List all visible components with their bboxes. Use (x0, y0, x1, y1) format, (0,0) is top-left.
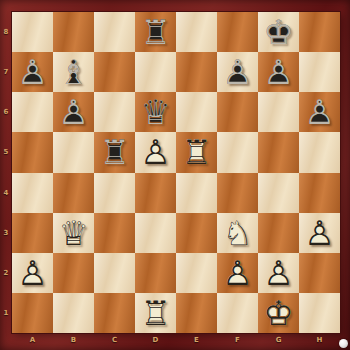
square-e8[interactable] (176, 12, 217, 52)
white-to-move-indicator-dot (339, 339, 348, 348)
square-c6[interactable] (94, 92, 135, 132)
file-label-d: D (135, 333, 176, 350)
square-h8[interactable] (299, 12, 340, 52)
square-g1[interactable]: ♚♔ (258, 293, 299, 333)
file-label-a: A (12, 333, 53, 350)
square-g8[interactable]: ♚♔ (258, 12, 299, 52)
square-h3[interactable]: ♟♙ (299, 213, 340, 253)
square-b5[interactable] (53, 132, 94, 172)
rank-label-7: 7 (0, 52, 12, 92)
file-label-c: C (94, 333, 135, 350)
square-b1[interactable] (53, 293, 94, 333)
square-d2[interactable] (135, 253, 176, 293)
square-e3[interactable] (176, 213, 217, 253)
square-d8[interactable]: ♜♖ (135, 12, 176, 52)
square-e2[interactable] (176, 253, 217, 293)
square-b3[interactable]: ♛♕ (53, 213, 94, 253)
black-bishop-b7[interactable]: ♝♗ (53, 52, 94, 92)
black-pawn-f7[interactable]: ♟♙ (217, 52, 258, 92)
square-a4[interactable] (12, 173, 53, 213)
square-d3[interactable] (135, 213, 176, 253)
black-pawn-g7[interactable]: ♟♙ (258, 52, 299, 92)
square-g2[interactable]: ♟♙ (258, 253, 299, 293)
white-pawn-h3[interactable]: ♟♙ (299, 213, 340, 253)
black-pawn-h6[interactable]: ♟♙ (299, 92, 340, 132)
white-knight-f3[interactable]: ♞♘ (217, 213, 258, 253)
rank-labels: 87654321 (0, 12, 12, 333)
square-c5[interactable]: ♜♖ (94, 132, 135, 172)
square-f2[interactable]: ♟♙ (217, 253, 258, 293)
black-rook-c5[interactable]: ♜♖ (94, 132, 135, 172)
square-f7[interactable]: ♟♙ (217, 52, 258, 92)
square-f4[interactable] (217, 173, 258, 213)
square-d7[interactable] (135, 52, 176, 92)
square-e1[interactable] (176, 293, 217, 333)
square-g7[interactable]: ♟♙ (258, 52, 299, 92)
board: ♜♖♚♔♟♙♝♗♟♙♟♙♟♙♛♕♟♙♜♖♟♙♜♖♛♕♞♘♟♙♟♙♟♙♟♙♜♖♚♔ (12, 12, 340, 333)
square-a6[interactable] (12, 92, 53, 132)
rank-label-1: 1 (0, 293, 12, 333)
black-queen-d6[interactable]: ♛♕ (135, 92, 176, 132)
chess-board-frame: 87654321 ♜♖♚♔♟♙♝♗♟♙♟♙♟♙♛♕♟♙♜♖♟♙♜♖♛♕♞♘♟♙♟… (0, 0, 350, 350)
file-label-b: B (53, 333, 94, 350)
square-a8[interactable] (12, 12, 53, 52)
white-rook-e5[interactable]: ♜♖ (176, 132, 217, 172)
square-f1[interactable] (217, 293, 258, 333)
square-f6[interactable] (217, 92, 258, 132)
white-pawn-a2[interactable]: ♟♙ (12, 253, 53, 293)
file-label-h: H (299, 333, 340, 350)
black-pawn-a7[interactable]: ♟♙ (12, 52, 53, 92)
file-labels: ABCDEFGH (12, 333, 340, 350)
square-d1[interactable]: ♜♖ (135, 293, 176, 333)
square-a2[interactable]: ♟♙ (12, 253, 53, 293)
square-g6[interactable] (258, 92, 299, 132)
square-c4[interactable] (94, 173, 135, 213)
square-h4[interactable] (299, 173, 340, 213)
square-b8[interactable] (53, 12, 94, 52)
black-pawn-b6[interactable]: ♟♙ (53, 92, 94, 132)
black-king-g8[interactable]: ♚♔ (258, 12, 299, 52)
white-pawn-f2[interactable]: ♟♙ (217, 253, 258, 293)
square-g4[interactable] (258, 173, 299, 213)
square-e5[interactable]: ♜♖ (176, 132, 217, 172)
rank-label-2: 2 (0, 253, 12, 293)
white-pawn-g2[interactable]: ♟♙ (258, 253, 299, 293)
square-c1[interactable] (94, 293, 135, 333)
rank-label-4: 4 (0, 173, 12, 213)
square-f8[interactable] (217, 12, 258, 52)
square-a1[interactable] (12, 293, 53, 333)
square-e4[interactable] (176, 173, 217, 213)
file-label-g: G (258, 333, 299, 350)
square-g5[interactable] (258, 132, 299, 172)
square-c3[interactable] (94, 213, 135, 253)
rank-label-8: 8 (0, 12, 12, 52)
square-c2[interactable] (94, 253, 135, 293)
square-b7[interactable]: ♝♗ (53, 52, 94, 92)
square-c8[interactable] (94, 12, 135, 52)
square-b2[interactable] (53, 253, 94, 293)
square-d6[interactable]: ♛♕ (135, 92, 176, 132)
square-b6[interactable]: ♟♙ (53, 92, 94, 132)
square-a7[interactable]: ♟♙ (12, 52, 53, 92)
square-f3[interactable]: ♞♘ (217, 213, 258, 253)
square-e6[interactable] (176, 92, 217, 132)
white-queen-b3[interactable]: ♛♕ (53, 213, 94, 253)
white-rook-d1[interactable]: ♜♖ (135, 293, 176, 333)
rank-label-5: 5 (0, 132, 12, 172)
square-d4[interactable] (135, 173, 176, 213)
square-e7[interactable] (176, 52, 217, 92)
square-c7[interactable] (94, 52, 135, 92)
rank-label-6: 6 (0, 92, 12, 132)
square-h5[interactable] (299, 132, 340, 172)
square-f5[interactable] (217, 132, 258, 172)
black-rook-d8[interactable]: ♜♖ (135, 12, 176, 52)
file-label-e: E (176, 333, 217, 350)
square-h7[interactable] (299, 52, 340, 92)
square-a5[interactable] (12, 132, 53, 172)
square-a3[interactable] (12, 213, 53, 253)
square-b4[interactable] (53, 173, 94, 213)
white-king-g1[interactable]: ♚♔ (258, 293, 299, 333)
white-pawn-d5[interactable]: ♟♙ (135, 132, 176, 172)
file-label-f: F (217, 333, 258, 350)
square-h2[interactable] (299, 253, 340, 293)
rank-label-3: 3 (0, 213, 12, 253)
square-g3[interactable] (258, 213, 299, 253)
square-d5[interactable]: ♟♙ (135, 132, 176, 172)
square-h1[interactable] (299, 293, 340, 333)
square-h6[interactable]: ♟♙ (299, 92, 340, 132)
